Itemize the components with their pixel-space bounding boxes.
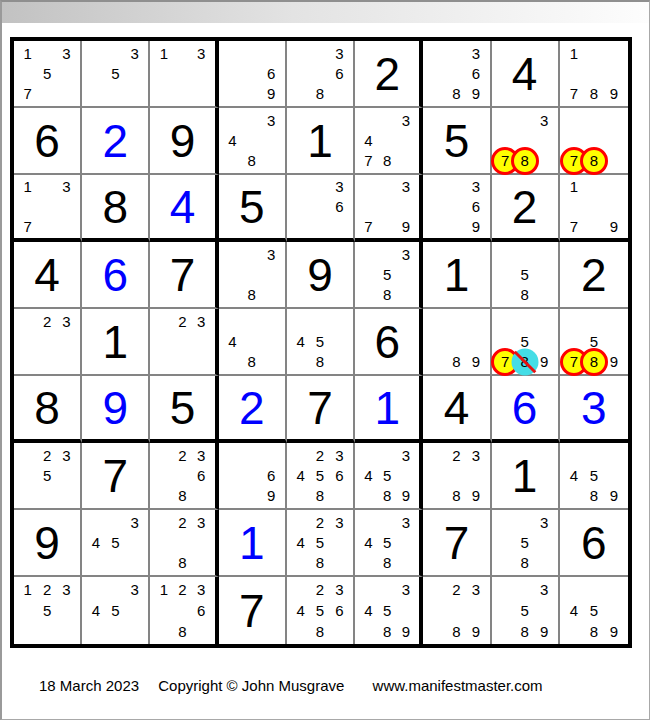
candidate-slot — [447, 63, 466, 83]
cell-r3c5[interactable]: 36 — [287, 175, 355, 242]
candidate-grid: 1789 — [560, 41, 628, 106]
candidate-slot: 2 — [310, 512, 329, 532]
cell-r6c3[interactable]: 5 — [150, 376, 218, 443]
candidate-digit: 3 — [197, 581, 205, 598]
candidate-slot: 8 — [447, 621, 466, 642]
candidate-slot: 2 — [310, 445, 329, 465]
candidate-slot — [37, 352, 56, 372]
cell-r7c1[interactable]: 235 — [14, 443, 82, 510]
cell-r6c9[interactable]: 3 — [560, 376, 628, 443]
candidate-digit: 8 — [383, 554, 391, 571]
candidate-slot — [261, 43, 280, 63]
cell-r1c5[interactable]: 368 — [287, 41, 355, 108]
cell-r2c3[interactable]: 9 — [150, 108, 218, 175]
cell-r2c1[interactable]: 6 — [14, 108, 82, 175]
candidate-slot — [173, 84, 192, 104]
candidate-slot — [86, 512, 105, 532]
cell-r4c6[interactable]: 358 — [355, 242, 423, 309]
candidate-slot — [397, 532, 416, 552]
candidate-slot: 6 — [192, 465, 211, 485]
cell-r3c1[interactable]: 137 — [14, 175, 82, 242]
candidate-slot: 8 — [447, 352, 466, 372]
given-digit: 7 — [103, 453, 129, 499]
cell-r9c9[interactable]: 4589 — [560, 577, 628, 644]
candidate-slot: 5 — [378, 465, 397, 485]
cell-r2c7[interactable]: 5 — [423, 108, 491, 175]
candidate-digit: 8 — [452, 85, 460, 102]
candidate-slot: 3 — [466, 177, 485, 197]
cell-r8c6[interactable]: 3458 — [355, 510, 423, 577]
candidate-slot: 2 — [447, 445, 466, 465]
candidate-slot — [534, 130, 553, 150]
candidate-slot: 9 — [466, 621, 485, 642]
candidate-slot — [534, 331, 553, 351]
candidate-slot: 2 — [447, 579, 466, 600]
candidate-slot: 4 — [359, 532, 378, 552]
cell-r8c7[interactable]: 7 — [423, 510, 491, 577]
candidate-slot — [397, 465, 416, 485]
solved-digit: 6 — [103, 252, 129, 298]
solved-digit: 1 — [374, 385, 400, 431]
candidate-slot — [154, 352, 173, 372]
candidate-digit: 3 — [197, 447, 205, 464]
candidate-digit: 6 — [335, 467, 343, 484]
candidate-slot — [291, 84, 310, 104]
candidate-digit: 4 — [570, 602, 578, 619]
candidate-slot — [447, 465, 466, 485]
candidate-slot: 7 — [18, 216, 37, 236]
candidate-slot: 3 — [192, 445, 211, 465]
candidate-slot — [496, 600, 515, 621]
candidate-slot — [427, 311, 446, 331]
candidate-digit: 2 — [452, 581, 460, 598]
candidate-digit: 8 — [316, 487, 324, 504]
cell-r4c2[interactable]: 6 — [82, 242, 150, 309]
candidate-slot: 8 — [378, 621, 397, 642]
candidate-slot — [173, 532, 192, 552]
candidate-slot — [378, 177, 397, 197]
footer-copyright: Copyright © John Musgrave — [158, 674, 344, 698]
cell-r2c5[interactable]: 1 — [287, 108, 355, 175]
candidate-slot — [564, 486, 584, 506]
candidate-digit: 1 — [160, 45, 168, 62]
cell-r2c2[interactable]: 2 — [82, 108, 150, 175]
cell-r6c5[interactable]: 7 — [287, 376, 355, 443]
candidate-grid: 238 — [150, 510, 214, 575]
cell-r6c2[interactable]: 9 — [82, 376, 150, 443]
candidate-digit: 8 — [248, 286, 256, 303]
candidate-slot — [534, 264, 553, 284]
candidate-grid: 23458 — [287, 510, 353, 575]
candidate-grid: 69 — [219, 443, 285, 508]
candidate-slot — [18, 621, 37, 642]
candidate-slot: 4 — [223, 130, 242, 150]
candidate-slot — [223, 264, 242, 284]
cell-r8c1[interactable]: 9 — [14, 510, 82, 577]
candidate-slot: 8 — [242, 151, 261, 171]
cell-r9c7[interactable]: 2389 — [423, 577, 491, 644]
candidate-slot: 5 — [515, 264, 534, 284]
candidate-slot — [604, 177, 624, 197]
candidate-slot: 5 — [106, 532, 125, 552]
candidate-digit: 3 — [402, 447, 410, 464]
candidate-slot — [57, 486, 76, 506]
candidate-slot — [291, 216, 310, 236]
candidate-slot — [242, 311, 261, 331]
candidate-slot: 3 — [125, 579, 144, 600]
candidate-slot — [466, 331, 485, 351]
candidate-slot — [223, 486, 242, 506]
candidate-slot — [106, 579, 125, 600]
given-digit: 1 — [103, 319, 129, 365]
candidate-slot: 2 — [173, 579, 192, 600]
candidate-grid: 4589 — [560, 443, 628, 508]
candidate-slot — [18, 486, 37, 506]
candidate-slot — [57, 465, 76, 485]
cell-r9c8[interactable]: 3589 — [492, 577, 560, 644]
cell-r9c3[interactable]: 12368 — [150, 577, 218, 644]
candidate-slot: 8 — [242, 352, 261, 372]
cell-r3c9[interactable]: 179 — [560, 175, 628, 242]
candidate-slot — [604, 579, 624, 600]
candidate-grid: 3589 — [492, 577, 558, 644]
candidate-slot — [192, 532, 211, 552]
candidate-slot: 2 — [173, 445, 192, 465]
given-digit: 9 — [170, 118, 196, 164]
cell-r3c7[interactable]: 369 — [423, 175, 491, 242]
candidate-slot — [57, 84, 76, 104]
candidate-grid: 348 — [219, 108, 285, 173]
cell-r8c2[interactable]: 345 — [82, 510, 150, 577]
candidate-slot: 3 — [330, 445, 349, 465]
candidate-digit: 9 — [610, 487, 618, 504]
candidate-slot — [604, 331, 624, 351]
candidate-slot: 4 — [291, 532, 310, 552]
candidate-grid: 48 — [219, 309, 285, 374]
candidate-slot: 7 — [359, 151, 378, 171]
cell-r7c4[interactable]: 69 — [219, 443, 287, 510]
candidate-slot — [515, 579, 534, 600]
candidate-digit: 3 — [62, 45, 70, 62]
candidate-slot: 8 — [447, 84, 466, 104]
candidate-slot: 8 — [173, 553, 192, 573]
cell-r4c8[interactable]: 58 — [492, 242, 560, 309]
cell-r8c3[interactable]: 238 — [150, 510, 218, 577]
cell-r1c2[interactable]: 35 — [82, 41, 150, 108]
cell-r7c2[interactable]: 7 — [82, 443, 150, 510]
candidate-slot — [359, 553, 378, 573]
cell-r6c1[interactable]: 8 — [14, 376, 82, 443]
candidate-slot: 3 — [330, 43, 349, 63]
candidate-slot: 8 — [584, 621, 604, 642]
cell-r1c8[interactable]: 4 — [492, 41, 560, 108]
candidate-slot: 3 — [261, 110, 280, 130]
candidate-slot — [447, 43, 466, 63]
candidate-digit: 8 — [452, 487, 460, 504]
cell-r3c2[interactable]: 8 — [82, 175, 150, 242]
candidate-slot — [397, 285, 416, 305]
candidate-digit: 5 — [316, 467, 324, 484]
candidate-slot — [397, 151, 416, 171]
candidate-digit: 8 — [520, 623, 528, 640]
cell-r5c1[interactable]: 23 — [14, 309, 82, 376]
candidate-digit: 2 — [316, 514, 324, 531]
candidate-slot: 9 — [604, 84, 624, 104]
candidate-digit: 7 — [364, 152, 372, 169]
cell-r8c5[interactable]: 23458 — [287, 510, 355, 577]
cell-r1c4[interactable]: 69 — [219, 41, 287, 108]
candidate-slot — [496, 264, 515, 284]
candidate-slot — [310, 311, 329, 331]
candidate-slot: 5 — [584, 600, 604, 621]
candidate-slot — [125, 600, 144, 621]
cell-r5c7[interactable]: 89 — [423, 309, 491, 376]
candidate-grid: 2389 — [423, 443, 489, 508]
candidate-slot: 1 — [564, 43, 584, 63]
cell-r3c4[interactable]: 5 — [219, 175, 287, 242]
candidate-slot: 8 — [310, 553, 329, 573]
candidate-grid: 234568 — [287, 577, 353, 644]
footer-website[interactable]: www.manifestmaster.com — [373, 674, 543, 698]
candidate-slot — [106, 553, 125, 573]
cell-r7c6[interactable]: 34589 — [355, 443, 423, 510]
cell-r9c6[interactable]: 34589 — [355, 577, 423, 644]
candidate-slot: 9 — [604, 621, 624, 642]
candidate-slot — [291, 486, 310, 506]
cell-r3c8[interactable]: 2 — [492, 175, 560, 242]
candidate-slot — [378, 130, 397, 150]
candidate-slot: 5 — [515, 532, 534, 552]
cell-r5c2[interactable]: 1 — [82, 309, 150, 376]
cell-r2c4[interactable]: 348 — [219, 108, 287, 175]
candidate-slot — [37, 621, 56, 642]
candidate-slot: 6 — [330, 465, 349, 485]
cell-r9c4[interactable]: 7 — [219, 577, 287, 644]
candidate-slot — [378, 110, 397, 130]
candidate-digit: 8 — [178, 487, 186, 504]
candidate-digit: 2 — [452, 447, 460, 464]
candidate-grid: 137 — [14, 175, 80, 238]
candidate-digit: 5 — [520, 266, 528, 283]
cell-r5c9[interactable]: 5789 — [560, 309, 628, 376]
candidate-slot — [564, 445, 584, 465]
cell-r8c9[interactable]: 6 — [560, 510, 628, 577]
cell-r5c3[interactable]: 23 — [150, 309, 218, 376]
candidate-slot — [397, 130, 416, 150]
cell-r9c1[interactable]: 1235 — [14, 577, 82, 644]
candidate-slot — [192, 621, 211, 642]
candidate-slot: 7 — [564, 84, 584, 104]
candidate-grid: 4589 — [560, 577, 628, 644]
cell-r4c3[interactable]: 7 — [150, 242, 218, 309]
cell-r4c5[interactable]: 9 — [287, 242, 355, 309]
candidate-digit: 4 — [228, 333, 236, 350]
candidate-slot: 3 — [57, 43, 76, 63]
candidate-slot: 6 — [330, 197, 349, 217]
candidate-slot — [154, 486, 173, 506]
cell-r7c9[interactable]: 4589 — [560, 443, 628, 510]
candidate-grid: 5789 — [492, 309, 558, 374]
candidate-digit: 6 — [197, 467, 205, 484]
cell-r3c3[interactable]: 4 — [150, 175, 218, 242]
candidate-grid: 358 — [492, 510, 558, 575]
cell-r3c6[interactable]: 379 — [355, 175, 423, 242]
cell-r8c8[interactable]: 358 — [492, 510, 560, 577]
candidate-digit: 9 — [472, 623, 480, 640]
candidate-slot — [57, 216, 76, 236]
candidate-slot — [330, 532, 349, 552]
cell-r1c1[interactable]: 1357 — [14, 41, 82, 108]
candidate-slot: 3 — [192, 43, 211, 63]
candidate-slot — [496, 512, 515, 532]
cell-r5c6[interactable]: 6 — [355, 309, 423, 376]
candidate-slot — [242, 244, 261, 264]
cell-r4c1[interactable]: 4 — [14, 242, 82, 309]
candidate-slot — [534, 151, 553, 171]
candidate-digit: 7 — [501, 353, 509, 370]
candidate-digit: 8 — [452, 353, 460, 370]
cell-r9c5[interactable]: 234568 — [287, 577, 355, 644]
given-digit: 7 — [307, 385, 333, 431]
candidate-digit: 3 — [335, 581, 343, 598]
cell-r1c6[interactable]: 2 — [355, 41, 423, 108]
candidate-grid: 234568 — [287, 443, 353, 508]
candidate-slot: 3 — [534, 579, 553, 600]
candidate-slot — [86, 84, 105, 104]
candidate-slot: 8 — [515, 352, 534, 372]
candidate-slot — [359, 197, 378, 217]
candidate-slot — [223, 63, 242, 83]
cell-r2c8[interactable]: 378 — [492, 108, 560, 175]
candidate-slot — [534, 311, 553, 331]
candidate-slot: 8 — [378, 151, 397, 171]
candidate-slot — [223, 445, 242, 465]
candidate-digit: 3 — [335, 447, 343, 464]
candidate-slot — [154, 445, 173, 465]
candidate-slot: 8 — [378, 553, 397, 573]
candidate-slot — [604, 130, 624, 150]
cell-r1c3[interactable]: 13 — [150, 41, 218, 108]
candidate-digit: 5 — [111, 534, 119, 551]
cell-r1c7[interactable]: 3689 — [423, 41, 491, 108]
candidate-grid: 345 — [82, 510, 148, 575]
candidate-slot: 4 — [86, 532, 105, 552]
candidate-slot — [584, 197, 604, 217]
cell-r7c3[interactable]: 2368 — [150, 443, 218, 510]
candidate-slot: 8 — [515, 151, 534, 171]
candidate-slot: 8 — [378, 486, 397, 506]
candidate-digit: 9 — [472, 487, 480, 504]
candidate-slot: 9 — [466, 84, 485, 104]
candidate-slot: 3 — [57, 311, 76, 331]
candidate-slot — [397, 197, 416, 217]
candidate-digit: 4 — [364, 467, 372, 484]
candidate-slot — [310, 216, 329, 236]
candidate-slot — [192, 84, 211, 104]
cell-r6c7[interactable]: 4 — [423, 376, 491, 443]
cell-r1c9[interactable]: 1789 — [560, 41, 628, 108]
candidate-digit: 3 — [62, 313, 70, 330]
cell-r8c4[interactable]: 1 — [219, 510, 287, 577]
candidate-slot — [427, 197, 446, 217]
candidate-slot: 1 — [154, 579, 173, 600]
candidate-slot: 9 — [604, 486, 624, 506]
candidate-slot: 6 — [330, 63, 349, 83]
candidate-slot — [37, 43, 56, 63]
candidate-slot — [223, 352, 242, 372]
candidate-slot — [330, 486, 349, 506]
candidate-slot — [106, 43, 125, 63]
cell-r7c8[interactable]: 1 — [492, 443, 560, 510]
cell-r5c4[interactable]: 48 — [219, 309, 287, 376]
candidate-slot: 3 — [57, 579, 76, 600]
candidate-slot — [427, 216, 446, 236]
candidate-digit: 8 — [590, 152, 598, 169]
candidate-slot: 7 — [18, 84, 37, 104]
candidate-slot — [310, 43, 329, 63]
candidate-slot — [534, 285, 553, 305]
given-digit: 7 — [239, 588, 265, 634]
candidate-slot — [242, 445, 261, 465]
cell-r5c8[interactable]: 5789 — [492, 309, 560, 376]
cell-r4c4[interactable]: 38 — [219, 242, 287, 309]
candidate-slot — [37, 331, 56, 351]
cell-r7c5[interactable]: 234568 — [287, 443, 355, 510]
cell-r4c9[interactable]: 2 — [560, 242, 628, 309]
candidate-slot: 4 — [291, 600, 310, 621]
candidate-slot — [154, 532, 173, 552]
cell-r6c4[interactable]: 2 — [219, 376, 287, 443]
candidate-slot — [261, 311, 280, 331]
cell-r4c7[interactable]: 1 — [423, 242, 491, 309]
candidate-slot — [242, 465, 261, 485]
cell-r7c7[interactable]: 2389 — [423, 443, 491, 510]
candidate-slot — [154, 311, 173, 331]
candidate-slot — [427, 331, 446, 351]
candidate-digit: 8 — [383, 152, 391, 169]
candidate-slot — [584, 177, 604, 197]
candidate-slot — [57, 197, 76, 217]
candidate-slot — [359, 512, 378, 532]
candidate-slot: 6 — [466, 63, 485, 83]
candidate-slot — [397, 553, 416, 573]
cell-r2c9[interactable]: 78 — [560, 108, 628, 175]
cell-r6c6[interactable]: 1 — [355, 376, 423, 443]
candidate-digit: 5 — [43, 467, 51, 484]
cell-r9c2[interactable]: 345 — [82, 577, 150, 644]
cell-r6c8[interactable]: 6 — [492, 376, 560, 443]
candidate-digit: 5 — [590, 602, 598, 619]
candidate-slot — [564, 579, 584, 600]
candidate-grid: 34589 — [355, 443, 419, 508]
candidate-slot — [584, 110, 604, 130]
candidate-slot — [18, 311, 37, 331]
cell-r2c6[interactable]: 3478 — [355, 108, 423, 175]
candidate-slot — [291, 197, 310, 217]
candidate-slot: 9 — [534, 621, 553, 642]
candidate-digit: 3 — [131, 581, 139, 598]
candidate-slot — [291, 579, 310, 600]
candidate-digit: 4 — [364, 534, 372, 551]
candidate-slot — [496, 553, 515, 573]
candidate-slot — [330, 216, 349, 236]
candidate-slot — [496, 579, 515, 600]
candidate-digit: 1 — [24, 178, 32, 195]
candidate-slot — [447, 197, 466, 217]
candidate-slot — [604, 600, 624, 621]
cell-r5c5[interactable]: 458 — [287, 309, 355, 376]
candidate-slot: 3 — [125, 512, 144, 532]
